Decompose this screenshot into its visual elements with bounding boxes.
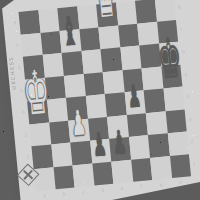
square-f6[interactable] bbox=[120, 46, 142, 70]
square-c5[interactable] bbox=[64, 74, 86, 98]
file-label-b: b bbox=[62, 191, 65, 196]
square-f7[interactable] bbox=[118, 23, 140, 47]
square-b7[interactable] bbox=[40, 31, 62, 55]
square-g8[interactable] bbox=[135, 0, 157, 23]
square-a8[interactable] bbox=[18, 10, 40, 34]
square-h8[interactable] bbox=[154, 0, 176, 21]
file-label-f: f bbox=[140, 184, 142, 189]
piece-black-pawn-e2[interactable]: ♟ bbox=[111, 126, 128, 160]
square-d7[interactable] bbox=[79, 27, 101, 51]
rank-label-right-2: 2 bbox=[190, 139, 193, 144]
rank-label-left-1: 1 bbox=[28, 177, 31, 182]
square-b1[interactable] bbox=[53, 165, 75, 189]
file-label-d: d bbox=[101, 188, 104, 193]
piece-white-queen-e8[interactable]: ♛ bbox=[91, 0, 119, 26]
rank-label-right-6: 6 bbox=[182, 49, 185, 54]
piece-black-bishop-c7[interactable]: ♝ bbox=[59, 10, 80, 52]
square-c7[interactable]: ♝ bbox=[59, 29, 81, 53]
board-grid: ♛♝♚♚♟♟♟♟ bbox=[18, 0, 191, 191]
rank-label-left-2: 2 bbox=[26, 155, 29, 160]
rank-label-right-1: 1 bbox=[193, 161, 196, 166]
square-h5[interactable]: ♚ bbox=[161, 64, 183, 88]
rank-label-right-3: 3 bbox=[188, 116, 191, 121]
square-a1[interactable] bbox=[34, 167, 56, 191]
square-f1[interactable] bbox=[131, 158, 153, 182]
square-c6[interactable] bbox=[62, 51, 84, 75]
rank-label-left-7: 7 bbox=[15, 43, 18, 48]
file-label-c: c bbox=[82, 189, 85, 194]
margin-brand-text: UKCHESS bbox=[8, 56, 17, 90]
square-g4[interactable] bbox=[144, 88, 166, 112]
piece-white-king-a4[interactable]: ♚ bbox=[20, 61, 51, 123]
rank-label-right-8: 8 bbox=[178, 4, 181, 9]
square-c3[interactable]: ♟ bbox=[68, 118, 90, 142]
square-f3[interactable] bbox=[126, 113, 148, 137]
square-e1[interactable] bbox=[111, 159, 133, 183]
file-label-h: h bbox=[179, 180, 182, 185]
square-b2[interactable] bbox=[51, 143, 73, 167]
piece-white-pawn-c3[interactable]: ♟ bbox=[69, 106, 87, 142]
square-e5[interactable] bbox=[103, 70, 125, 94]
file-label-a: a bbox=[43, 193, 46, 198]
rank-label-right-7: 7 bbox=[180, 27, 183, 32]
square-g3[interactable] bbox=[146, 111, 168, 135]
square-h1[interactable] bbox=[169, 154, 191, 178]
square-c1[interactable] bbox=[72, 163, 94, 187]
square-h3[interactable] bbox=[165, 109, 187, 133]
rank-label-left-8: 8 bbox=[13, 20, 16, 25]
square-h2[interactable] bbox=[167, 131, 189, 155]
square-f4[interactable]: ♟ bbox=[124, 90, 146, 114]
square-g1[interactable] bbox=[150, 156, 172, 180]
file-label-g: g bbox=[159, 182, 162, 187]
square-d4[interactable] bbox=[85, 94, 107, 118]
square-e4[interactable] bbox=[105, 92, 127, 116]
rank-label-right-5: 5 bbox=[184, 72, 187, 77]
square-b8[interactable] bbox=[38, 8, 60, 32]
rank-label-left-3: 3 bbox=[24, 132, 27, 137]
square-d1[interactable] bbox=[92, 161, 114, 185]
square-d6[interactable] bbox=[81, 49, 103, 73]
square-a4[interactable]: ♚ bbox=[27, 100, 49, 124]
photo-frame: ♛♝♚♚♟♟♟♟ UKCHESS abcdefgh887766554433221… bbox=[0, 0, 200, 200]
square-c2[interactable] bbox=[70, 141, 92, 165]
square-g2[interactable] bbox=[148, 133, 170, 157]
square-a2[interactable] bbox=[31, 144, 53, 168]
square-d2[interactable]: ♟ bbox=[90, 139, 112, 163]
square-e8[interactable]: ♛ bbox=[96, 3, 118, 27]
piece-black-king-h5[interactable]: ♚ bbox=[155, 30, 184, 88]
square-f2[interactable] bbox=[128, 135, 150, 159]
rank-label-right-4: 4 bbox=[186, 94, 189, 99]
chess-board: ♛♝♚♚♟♟♟♟ UKCHESS abcdefgh887766554433221… bbox=[1, 0, 200, 200]
file-label-e: e bbox=[121, 186, 124, 191]
square-e6[interactable] bbox=[100, 47, 122, 71]
square-a7[interactable] bbox=[21, 32, 43, 56]
square-e2[interactable]: ♟ bbox=[109, 137, 131, 161]
square-d5[interactable] bbox=[83, 72, 105, 96]
